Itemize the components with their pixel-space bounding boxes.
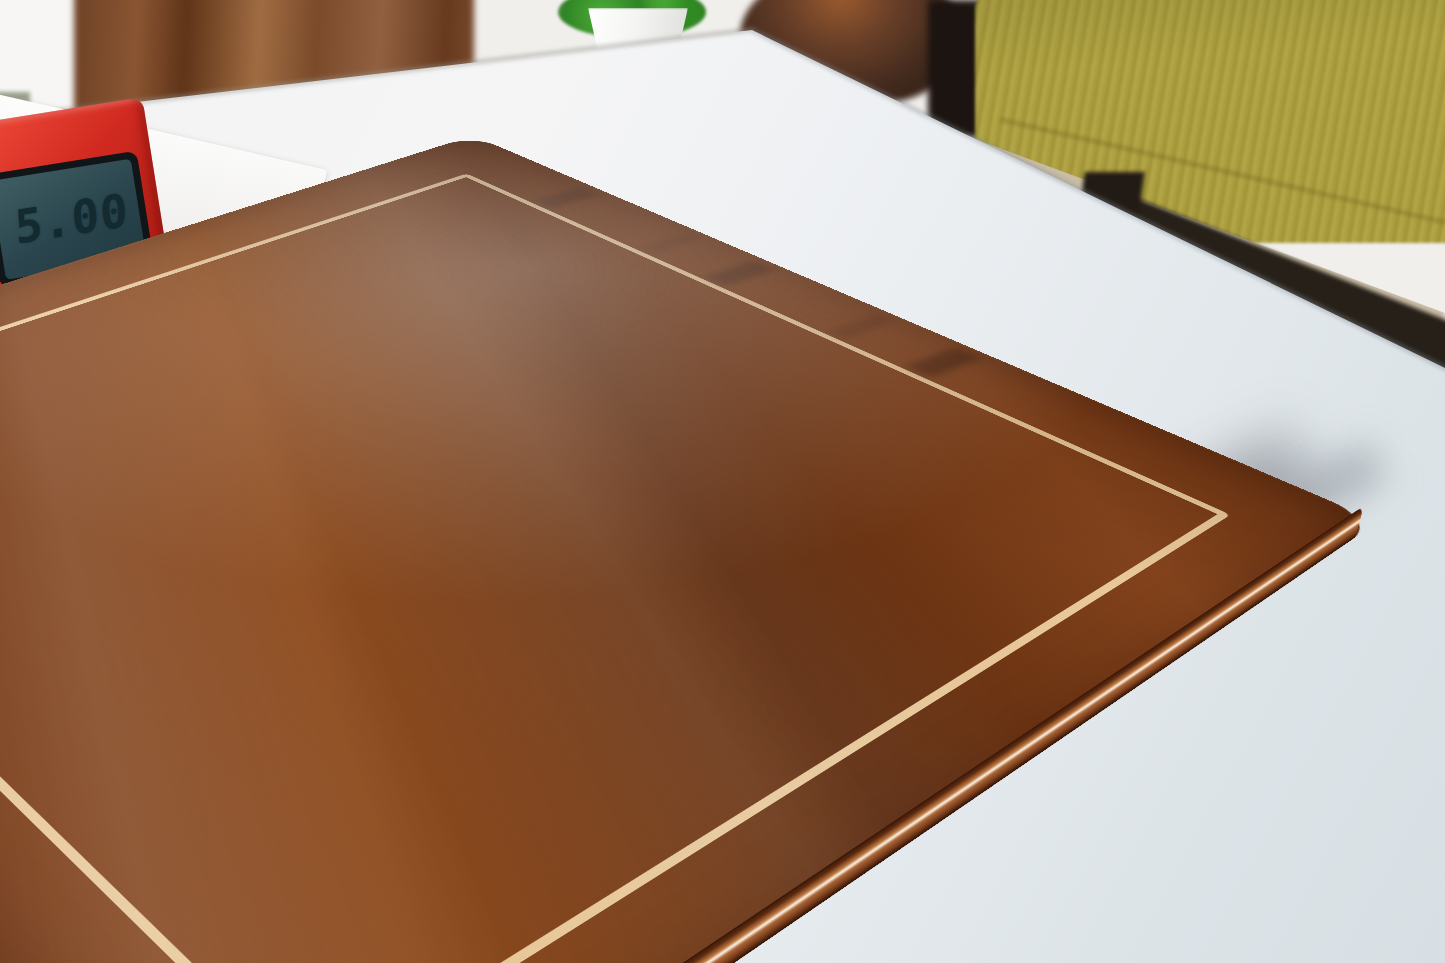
chess-board <box>0 136 1378 963</box>
board-field <box>0 191 1168 963</box>
photo-scene: 5.00 <box>0 0 1445 963</box>
board-perspective <box>0 0 1445 963</box>
